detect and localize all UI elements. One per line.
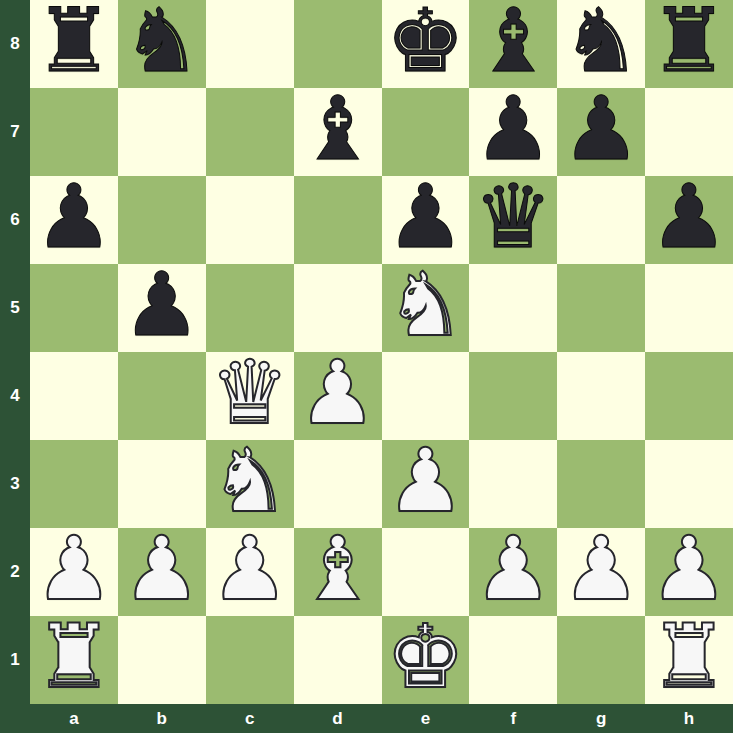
square-c1[interactable]: [206, 616, 294, 704]
square-e1[interactable]: ♚: [382, 616, 470, 704]
piece-black-rook[interactable]: ♜: [650, 0, 729, 85]
square-f4[interactable]: [469, 352, 557, 440]
square-b4[interactable]: [118, 352, 206, 440]
rank-label-2: 2: [0, 528, 30, 616]
piece-white-pawn[interactable]: ♟: [298, 349, 377, 437]
square-h1[interactable]: ♜: [645, 616, 733, 704]
square-c2[interactable]: ♟: [206, 528, 294, 616]
piece-black-pawn[interactable]: ♟: [386, 173, 465, 261]
rank-label-3: 3: [0, 440, 30, 528]
square-d8[interactable]: [294, 0, 382, 88]
piece-white-pawn[interactable]: ♟: [210, 525, 289, 613]
square-f2[interactable]: ♟: [469, 528, 557, 616]
rank-label-8: 8: [0, 0, 30, 88]
square-f7[interactable]: ♟: [469, 88, 557, 176]
square-h8[interactable]: ♜: [645, 0, 733, 88]
square-e7[interactable]: [382, 88, 470, 176]
piece-white-rook[interactable]: ♜: [650, 613, 729, 701]
rank-label-7: 7: [0, 88, 30, 176]
square-a5[interactable]: [30, 264, 118, 352]
square-g6[interactable]: [557, 176, 645, 264]
piece-black-king[interactable]: ♚: [386, 0, 465, 85]
piece-black-bishop[interactable]: ♝: [298, 85, 377, 173]
square-a2[interactable]: ♟: [30, 528, 118, 616]
square-b2[interactable]: ♟: [118, 528, 206, 616]
piece-black-rook[interactable]: ♜: [34, 0, 113, 85]
square-g7[interactable]: ♟: [557, 88, 645, 176]
square-b1[interactable]: [118, 616, 206, 704]
piece-white-rook[interactable]: ♜: [34, 613, 113, 701]
square-h2[interactable]: ♟: [645, 528, 733, 616]
square-b5[interactable]: ♟: [118, 264, 206, 352]
square-f1[interactable]: [469, 616, 557, 704]
square-d3[interactable]: [294, 440, 382, 528]
piece-black-pawn[interactable]: ♟: [34, 173, 113, 261]
piece-white-pawn[interactable]: ♟: [562, 525, 641, 613]
square-e4[interactable]: [382, 352, 470, 440]
rank-label-1: 1: [0, 616, 30, 704]
rank-label-6: 6: [0, 176, 30, 264]
piece-black-pawn[interactable]: ♟: [474, 85, 553, 173]
rank-label-4: 4: [0, 352, 30, 440]
piece-white-pawn[interactable]: ♟: [386, 437, 465, 525]
square-b3[interactable]: [118, 440, 206, 528]
piece-black-pawn[interactable]: ♟: [122, 261, 201, 349]
square-a3[interactable]: [30, 440, 118, 528]
piece-white-knight[interactable]: ♞: [386, 261, 465, 349]
square-a7[interactable]: [30, 88, 118, 176]
piece-white-pawn[interactable]: ♟: [650, 525, 729, 613]
square-d1[interactable]: [294, 616, 382, 704]
board-corner: [0, 704, 30, 733]
square-h5[interactable]: [645, 264, 733, 352]
square-g1[interactable]: [557, 616, 645, 704]
square-d4[interactable]: ♟: [294, 352, 382, 440]
square-h3[interactable]: [645, 440, 733, 528]
square-d7[interactable]: ♝: [294, 88, 382, 176]
square-c8[interactable]: [206, 0, 294, 88]
piece-white-bishop[interactable]: ♝: [298, 525, 377, 613]
piece-black-pawn[interactable]: ♟: [562, 85, 641, 173]
piece-black-queen[interactable]: ♛: [474, 173, 553, 261]
square-f3[interactable]: [469, 440, 557, 528]
square-d6[interactable]: [294, 176, 382, 264]
square-c6[interactable]: [206, 176, 294, 264]
piece-white-queen[interactable]: ♛: [210, 349, 289, 437]
square-c5[interactable]: [206, 264, 294, 352]
square-d5[interactable]: [294, 264, 382, 352]
file-label-b: b: [118, 704, 206, 733]
square-d2[interactable]: ♝: [294, 528, 382, 616]
square-h6[interactable]: ♟: [645, 176, 733, 264]
square-h4[interactable]: [645, 352, 733, 440]
file-label-d: d: [294, 704, 382, 733]
square-a6[interactable]: ♟: [30, 176, 118, 264]
piece-black-knight[interactable]: ♞: [122, 0, 201, 85]
square-f6[interactable]: ♛: [469, 176, 557, 264]
file-label-g: g: [557, 704, 645, 733]
square-e3[interactable]: ♟: [382, 440, 470, 528]
piece-black-knight[interactable]: ♞: [562, 0, 641, 85]
square-e2[interactable]: [382, 528, 470, 616]
piece-white-knight[interactable]: ♞: [210, 437, 289, 525]
square-b6[interactable]: [118, 176, 206, 264]
square-c4[interactable]: ♛: [206, 352, 294, 440]
square-f8[interactable]: ♝: [469, 0, 557, 88]
piece-white-pawn[interactable]: ♟: [474, 525, 553, 613]
piece-black-pawn[interactable]: ♟: [650, 173, 729, 261]
square-g3[interactable]: [557, 440, 645, 528]
square-a1[interactable]: ♜: [30, 616, 118, 704]
rank-label-5: 5: [0, 264, 30, 352]
square-g2[interactable]: ♟: [557, 528, 645, 616]
piece-white-king[interactable]: ♚: [386, 613, 465, 701]
piece-white-pawn[interactable]: ♟: [34, 525, 113, 613]
square-a4[interactable]: [30, 352, 118, 440]
square-g5[interactable]: [557, 264, 645, 352]
square-c7[interactable]: [206, 88, 294, 176]
file-label-c: c: [206, 704, 294, 733]
piece-black-bishop[interactable]: ♝: [474, 0, 553, 85]
square-f5[interactable]: [469, 264, 557, 352]
square-g4[interactable]: [557, 352, 645, 440]
square-h7[interactable]: [645, 88, 733, 176]
piece-white-pawn[interactable]: ♟: [122, 525, 201, 613]
square-a8[interactable]: ♜: [30, 0, 118, 88]
square-c3[interactable]: ♞: [206, 440, 294, 528]
square-g8[interactable]: ♞: [557, 0, 645, 88]
square-e8[interactable]: ♚: [382, 0, 470, 88]
chess-board: 8♜♞♚♝♞♜7♝♟♟6♟♟♛♟5♟♞4♛♟3♞♟2♟♟♟♝♟♟♟1♜♚♜abc…: [0, 0, 733, 733]
square-b8[interactable]: ♞: [118, 0, 206, 88]
square-e6[interactable]: ♟: [382, 176, 470, 264]
square-b7[interactable]: [118, 88, 206, 176]
file-label-f: f: [469, 704, 557, 733]
square-e5[interactable]: ♞: [382, 264, 470, 352]
